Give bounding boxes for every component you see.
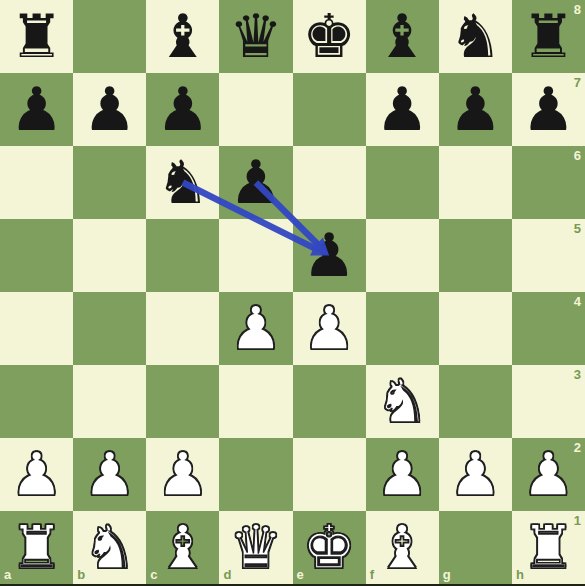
square-c5[interactable] [146,219,219,292]
black-bishop-c8[interactable]: ♝ [146,0,219,73]
square-a6[interactable] [0,146,73,219]
white-pawn-c2[interactable]: ♟ [146,438,219,511]
square-h3[interactable]: 3 [512,365,585,438]
black-knight-c6[interactable]: ♞ [146,146,219,219]
black-pawn-e5[interactable]: ♟ [293,219,366,292]
square-f2[interactable]: ♟ [366,438,439,511]
square-a3[interactable] [0,365,73,438]
white-pawn-g2[interactable]: ♟ [439,438,512,511]
square-h7[interactable]: 7♟ [512,73,585,146]
square-h1[interactable]: 1h♜ [512,511,585,584]
square-g4[interactable] [439,292,512,365]
square-c2[interactable]: ♟ [146,438,219,511]
square-c8[interactable]: ♝ [146,0,219,73]
white-pawn-d4[interactable]: ♟ [219,292,292,365]
square-f3[interactable]: ♞ [366,365,439,438]
square-f7[interactable]: ♟ [366,73,439,146]
square-b3[interactable] [73,365,146,438]
square-g1[interactable]: g [439,511,512,584]
square-c7[interactable]: ♟ [146,73,219,146]
black-pawn-d6[interactable]: ♟ [219,146,292,219]
black-pawn-a7[interactable]: ♟ [0,73,73,146]
square-d3[interactable] [219,365,292,438]
rank-label-5: 5 [574,221,581,236]
black-pawn-f7[interactable]: ♟ [366,73,439,146]
black-knight-g8[interactable]: ♞ [439,0,512,73]
rank-label-6: 6 [574,148,581,163]
square-f6[interactable] [366,146,439,219]
square-d1[interactable]: d♛ [219,511,292,584]
white-knight-f3[interactable]: ♞ [366,365,439,438]
square-c6[interactable]: ♞ [146,146,219,219]
square-h6[interactable]: 6 [512,146,585,219]
chess-board[interactable]: ♜♝♛♚♝♞8♜♟♟♟♟♟7♟♞♟6♟5♟♟4♞3♟♟♟♟♟2♟a♜b♞c♝d♛… [0,0,585,586]
file-label-g: g [443,567,451,582]
square-b7[interactable]: ♟ [73,73,146,146]
white-queen-d1[interactable]: ♛ [219,511,292,584]
black-pawn-g7[interactable]: ♟ [439,73,512,146]
square-f4[interactable] [366,292,439,365]
square-a4[interactable] [0,292,73,365]
black-pawn-c7[interactable]: ♟ [146,73,219,146]
square-e7[interactable] [293,73,366,146]
white-rook-h1[interactable]: ♜ [512,511,585,584]
square-e1[interactable]: e♚ [293,511,366,584]
square-b1[interactable]: b♞ [73,511,146,584]
square-e6[interactable] [293,146,366,219]
square-d6[interactable]: ♟ [219,146,292,219]
square-e4[interactable]: ♟ [293,292,366,365]
white-pawn-f2[interactable]: ♟ [366,438,439,511]
square-c4[interactable] [146,292,219,365]
square-g6[interactable] [439,146,512,219]
white-pawn-e4[interactable]: ♟ [293,292,366,365]
square-b4[interactable] [73,292,146,365]
square-d2[interactable] [219,438,292,511]
square-a1[interactable]: a♜ [0,511,73,584]
black-pawn-b7[interactable]: ♟ [73,73,146,146]
square-a8[interactable]: ♜ [0,0,73,73]
square-g8[interactable]: ♞ [439,0,512,73]
square-d7[interactable] [219,73,292,146]
square-e2[interactable] [293,438,366,511]
black-rook-a8[interactable]: ♜ [0,0,73,73]
square-a7[interactable]: ♟ [0,73,73,146]
square-e8[interactable]: ♚ [293,0,366,73]
white-pawn-h2[interactable]: ♟ [512,438,585,511]
square-b5[interactable] [73,219,146,292]
square-a2[interactable]: ♟ [0,438,73,511]
white-pawn-b2[interactable]: ♟ [73,438,146,511]
square-h8[interactable]: 8♜ [512,0,585,73]
square-h4[interactable]: 4 [512,292,585,365]
white-bishop-c1[interactable]: ♝ [146,511,219,584]
black-queen-d8[interactable]: ♛ [219,0,292,73]
square-d4[interactable]: ♟ [219,292,292,365]
square-g7[interactable]: ♟ [439,73,512,146]
square-f8[interactable]: ♝ [366,0,439,73]
black-pawn-h7[interactable]: ♟ [512,73,585,146]
white-bishop-f1[interactable]: ♝ [366,511,439,584]
square-d5[interactable] [219,219,292,292]
rank-label-4: 4 [574,294,581,309]
square-d8[interactable]: ♛ [219,0,292,73]
square-b2[interactable]: ♟ [73,438,146,511]
square-g3[interactable] [439,365,512,438]
square-a5[interactable] [0,219,73,292]
rank-label-3: 3 [574,367,581,382]
square-h5[interactable]: 5 [512,219,585,292]
white-knight-b1[interactable]: ♞ [73,511,146,584]
white-king-e1[interactable]: ♚ [293,511,366,584]
square-f1[interactable]: f♝ [366,511,439,584]
black-rook-h8[interactable]: ♜ [512,0,585,73]
black-king-e8[interactable]: ♚ [293,0,366,73]
square-e3[interactable] [293,365,366,438]
square-b6[interactable] [73,146,146,219]
chess-board-stage: ♜♝♛♚♝♞8♜♟♟♟♟♟7♟♞♟6♟5♟♟4♞3♟♟♟♟♟2♟a♜b♞c♝d♛… [0,0,585,586]
white-rook-a1[interactable]: ♜ [0,511,73,584]
square-g2[interactable]: ♟ [439,438,512,511]
white-pawn-a2[interactable]: ♟ [0,438,73,511]
square-g5[interactable] [439,219,512,292]
square-c3[interactable] [146,365,219,438]
square-h2[interactable]: 2♟ [512,438,585,511]
square-e5[interactable]: ♟ [293,219,366,292]
square-b8[interactable] [73,0,146,73]
square-c1[interactable]: c♝ [146,511,219,584]
square-f5[interactable] [366,219,439,292]
black-bishop-f8[interactable]: ♝ [366,0,439,73]
